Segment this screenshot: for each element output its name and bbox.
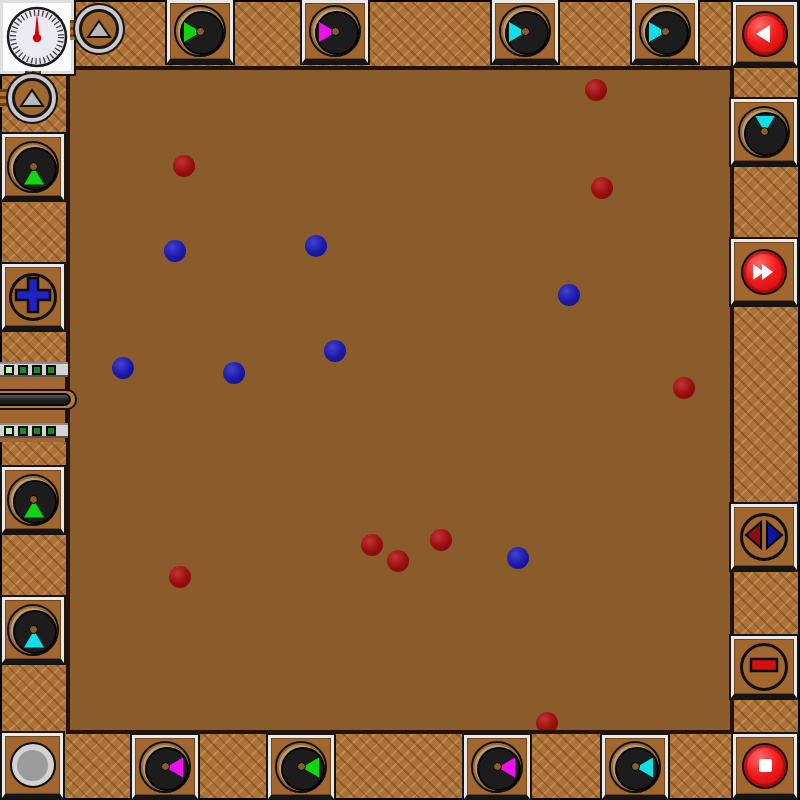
stop-icon [759, 759, 772, 772]
sensor-row-top [0, 362, 68, 377]
sensor-cell-lit [4, 365, 14, 375]
tile-spinner-top-4 [632, 0, 698, 63]
sensor-cell-unlit [18, 365, 28, 375]
dial-hub [297, 762, 306, 771]
tile-button-back [733, 2, 797, 66]
tile-spinner-top-3 [492, 0, 558, 63]
button-plus[interactable] [9, 273, 57, 321]
sensor-cell-unlit [46, 426, 56, 436]
ball-blue[interactable] [324, 340, 346, 362]
tile-spinner-top-1 [167, 0, 233, 63]
ball-red[interactable] [361, 534, 383, 556]
button-fast-forward[interactable] [741, 249, 787, 295]
spinner-right-1[interactable] [738, 106, 790, 158]
sensor-cell-lit [4, 426, 14, 436]
pressure-gauge-icon [5, 5, 69, 69]
tile-button-minus [731, 636, 797, 698]
dial-hub [661, 27, 670, 36]
dial-hub [493, 762, 502, 771]
launch-button-left[interactable] [12, 78, 52, 118]
tile-button-idle [2, 733, 63, 798]
spinner-left-3[interactable] [7, 604, 59, 656]
dial-hub [29, 625, 38, 634]
button-swap-direction[interactable] [740, 513, 788, 561]
button-minus[interactable] [740, 643, 788, 691]
triangle-up-icon [86, 19, 112, 39]
ball-blue[interactable] [223, 362, 245, 384]
tile-spinner-bottom-2 [268, 735, 334, 799]
launch-button-top[interactable] [79, 9, 119, 49]
button-stop[interactable] [742, 743, 788, 789]
ball-red[interactable] [387, 550, 409, 572]
sensor-bank-with-piston [0, 356, 80, 448]
gray-button-center [17, 750, 48, 781]
tile-spinner-bottom-3 [464, 735, 530, 799]
triangle-up-icon [19, 88, 45, 108]
tile-button-plus [2, 264, 64, 330]
ball-blue[interactable] [164, 240, 186, 262]
spinner-left-1[interactable] [7, 141, 59, 193]
tile-spinner-bottom-4 [602, 735, 668, 799]
minus-icon [749, 657, 779, 677]
ball-layer [70, 70, 730, 730]
ball-red[interactable] [673, 377, 695, 399]
spinner-bottom-4[interactable] [609, 741, 661, 793]
spinner-bottom-3[interactable] [471, 741, 523, 793]
tile-button-stop [733, 734, 797, 798]
piston-rod[interactable] [0, 393, 71, 406]
dial-hub [29, 162, 38, 171]
sensor-cell-unlit [32, 426, 42, 436]
ball-red[interactable] [591, 177, 613, 199]
plus-icon [14, 276, 52, 318]
gauge-tile [0, 0, 74, 74]
ball-blue[interactable] [507, 547, 529, 569]
dial-hub [161, 762, 170, 771]
ball-blue[interactable] [558, 284, 580, 306]
sensor-row-bottom [0, 423, 68, 438]
dial-hub [631, 762, 640, 771]
ball-blue[interactable] [112, 357, 134, 379]
tile-spinner-bottom-1 [132, 735, 198, 799]
arrow-left-icon [756, 25, 770, 43]
tile-button-fast-forward [731, 239, 797, 305]
sensor-cell-unlit [18, 426, 28, 436]
ball-red[interactable] [536, 712, 558, 730]
dial-hub [331, 27, 340, 36]
sensor-cell-unlit [32, 365, 42, 375]
tile-spinner-left-1 [2, 134, 64, 200]
spinner-top-2[interactable] [309, 5, 361, 57]
spinner-bottom-2[interactable] [275, 741, 327, 793]
spinner-top-1[interactable] [174, 5, 226, 57]
swap-icon [743, 519, 785, 555]
tile-spinner-left-2 [2, 467, 64, 533]
spinner-top-3[interactable] [499, 5, 551, 57]
ball-blue[interactable] [305, 235, 327, 257]
button-back[interactable] [742, 11, 788, 57]
ball-red[interactable] [169, 566, 191, 588]
button-idle[interactable] [10, 742, 56, 788]
dial-hub [29, 495, 38, 504]
dial-hub [760, 127, 769, 136]
tile-spinner-left-3 [2, 597, 64, 663]
spinner-top-4[interactable] [639, 5, 691, 57]
fast-forward-icon [755, 264, 773, 280]
game-window [0, 0, 800, 800]
dial-hub [196, 27, 205, 36]
spinner-left-2[interactable] [7, 474, 59, 526]
ball-red[interactable] [430, 529, 452, 551]
tile-button-swap-direction [731, 504, 797, 570]
dial-hub [521, 27, 530, 36]
ball-red[interactable] [585, 79, 607, 101]
spinner-bottom-1[interactable] [139, 741, 191, 793]
tile-spinner-right-1 [731, 99, 797, 165]
tile-spinner-top-2 [302, 0, 368, 63]
sensor-cell-unlit [46, 365, 56, 375]
ball-red[interactable] [173, 155, 195, 177]
